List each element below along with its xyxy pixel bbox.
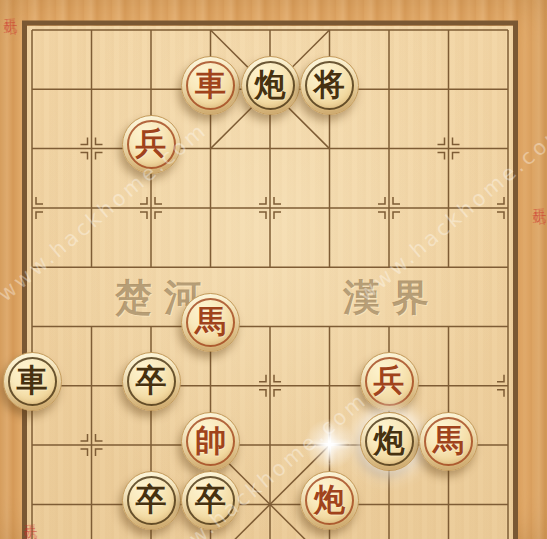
piece-glyph: 将 [314, 69, 345, 100]
piece-black-soldier[interactable]: 卒 [122, 352, 181, 411]
piece-red-general[interactable]: 帥 [181, 412, 240, 471]
piece-glyph: 炮 [314, 484, 345, 515]
piece-red-cannon[interactable]: 炮 [300, 471, 359, 530]
piece-glyph: 兵 [136, 128, 167, 159]
piece-glyph: 炮 [255, 69, 286, 100]
piece-glyph: 馬 [195, 306, 226, 337]
piece-glyph: 馬 [433, 425, 464, 456]
piece-red-horse[interactable]: 馬 [181, 293, 240, 352]
xiangqi-board: 楚河 漢界 車炮将兵馬車卒兵帥炮馬卒卒炮 www.hackhome.com ww… [0, 0, 547, 539]
piece-red-horse[interactable]: 馬 [419, 412, 478, 471]
piece-glyph: 兵 [374, 365, 405, 396]
piece-glyph: 車 [195, 69, 226, 100]
piece-black-soldier[interactable]: 卒 [122, 471, 181, 530]
piece-glyph: 車 [17, 365, 48, 396]
piece-red-chariot[interactable]: 車 [181, 56, 240, 115]
piece-red-soldier[interactable]: 兵 [122, 115, 181, 174]
sparkle-ray [311, 443, 349, 446]
piece-black-cannon[interactable]: 炮 [241, 56, 300, 115]
piece-glyph: 卒 [136, 484, 167, 515]
piece-black-general[interactable]: 将 [300, 56, 359, 115]
piece-black-soldier[interactable]: 卒 [181, 471, 240, 530]
piece-glyph: 卒 [136, 365, 167, 396]
piece-black-cannon[interactable]: 炮 [360, 412, 419, 471]
piece-glyph: 帥 [195, 425, 226, 456]
piece-black-chariot[interactable]: 車 [3, 352, 62, 411]
piece-red-soldier[interactable]: 兵 [360, 352, 419, 411]
piece-glyph: 炮 [374, 425, 405, 456]
piece-glyph: 卒 [195, 484, 226, 515]
piece-grid: 車炮将兵馬車卒兵帥炮馬卒卒炮 [2, 0, 538, 539]
